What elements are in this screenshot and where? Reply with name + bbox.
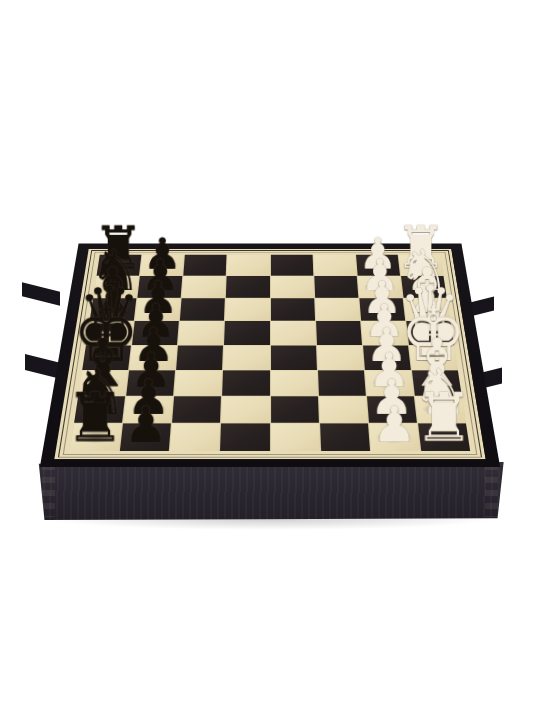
piece-shadow <box>85 377 122 389</box>
square: ♟ <box>123 396 173 423</box>
square: ♜ <box>70 423 122 451</box>
black-rook: ♜ <box>77 109 162 268</box>
piece-shadow <box>371 377 408 389</box>
square <box>317 345 364 369</box>
piece-shadow <box>418 377 455 389</box>
square <box>223 345 269 369</box>
square: ♟ <box>369 423 420 451</box>
square <box>318 370 366 395</box>
piece-shadow <box>89 352 125 364</box>
square: ♟ <box>120 423 171 451</box>
piece-shadow <box>375 430 413 443</box>
piece-shadow <box>77 430 116 443</box>
piece-shadow <box>130 403 167 416</box>
scene: ♜♟♟♜♞♟♟♞♝♟♟♝♛♟♟♛♚♟♟♚♝♟♟♝♞♟♟♞♜♟♟♜ <box>0 0 540 720</box>
square: ♝ <box>412 370 462 395</box>
piece-shadow <box>425 430 464 443</box>
piece-shadow <box>373 403 410 416</box>
square: ♟ <box>126 370 175 395</box>
piece-shadow <box>81 403 119 416</box>
square <box>176 345 223 369</box>
chess-set-product-photo: ♜♟♟♜♞♟♟♞♝♟♟♝♛♟♟♛♚♟♟♚♝♟♟♝♞♟♟♞♜♟♟♜ <box>0 0 540 720</box>
square <box>319 396 368 423</box>
square <box>172 396 221 423</box>
square <box>271 396 319 423</box>
piece-shadow <box>133 377 170 389</box>
piece-shadow <box>415 352 451 364</box>
square <box>170 423 220 451</box>
square: ♞ <box>74 396 125 423</box>
square: ♚ <box>409 345 458 369</box>
white-pawn: ♟ <box>336 109 421 268</box>
square <box>271 423 320 451</box>
piece-shadow <box>127 430 165 443</box>
piece-shadow <box>136 352 172 364</box>
square <box>222 370 269 395</box>
square: ♜ <box>418 423 470 451</box>
piece-shadow <box>369 352 405 364</box>
square: ♟ <box>367 396 417 423</box>
white-rook: ♜ <box>379 109 464 268</box>
square: ♝ <box>78 370 128 395</box>
piece-shadow <box>421 403 459 416</box>
square: ♚ <box>82 345 131 369</box>
square: ♟ <box>363 345 411 369</box>
square <box>174 370 222 395</box>
square: ♟ <box>365 370 414 395</box>
black-pawn: ♟ <box>120 109 205 268</box>
square: ♟ <box>129 345 177 369</box>
square <box>271 370 318 395</box>
square <box>320 423 370 451</box>
chess-board: ♜♟♟♜♞♟♟♞♝♟♟♝♛♟♟♛♚♟♟♚♝♟♟♝♞♟♟♞♜♟♟♜ <box>40 244 500 467</box>
square <box>271 345 317 369</box>
square <box>221 396 269 423</box>
square <box>220 423 269 451</box>
square: ♞ <box>415 396 466 423</box>
